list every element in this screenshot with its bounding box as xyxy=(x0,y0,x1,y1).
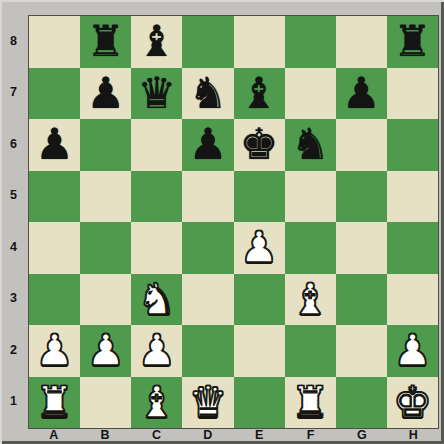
square-e4[interactable]: ♟ xyxy=(234,222,285,274)
file-label-h: H xyxy=(388,427,439,442)
rank-label-3: 3 xyxy=(0,273,27,325)
square-d5[interactable] xyxy=(182,171,233,223)
white-bishop-c1: ♝ xyxy=(138,377,177,428)
white-bishop-f3: ♝ xyxy=(291,274,330,325)
square-h5[interactable] xyxy=(387,171,438,223)
square-d1[interactable]: ♛ xyxy=(182,377,233,429)
square-d7[interactable]: ♞ xyxy=(182,68,233,120)
white-pawn-b2: ♟ xyxy=(86,325,125,376)
square-g3[interactable] xyxy=(336,274,387,326)
square-a7[interactable] xyxy=(29,68,80,120)
file-labels: ABCDEFGH xyxy=(28,427,439,442)
square-d6[interactable]: ♟ xyxy=(182,119,233,171)
square-b8[interactable]: ♜ xyxy=(80,16,131,68)
rank-label-7: 7 xyxy=(0,67,27,119)
file-label-e: E xyxy=(234,427,285,442)
square-e6[interactable]: ♚ xyxy=(234,119,285,171)
square-b2[interactable]: ♟ xyxy=(80,325,131,377)
square-g4[interactable] xyxy=(336,222,387,274)
black-bishop-e7: ♝ xyxy=(240,68,279,119)
square-f7[interactable] xyxy=(285,68,336,120)
square-b5[interactable] xyxy=(80,171,131,223)
square-h1[interactable]: ♚ xyxy=(387,377,438,429)
black-rook-h8: ♜ xyxy=(393,16,432,67)
square-b4[interactable] xyxy=(80,222,131,274)
square-b3[interactable] xyxy=(80,274,131,326)
square-c7[interactable]: ♛ xyxy=(131,68,182,120)
square-b1[interactable] xyxy=(80,377,131,429)
square-a5[interactable] xyxy=(29,171,80,223)
square-c2[interactable]: ♟ xyxy=(131,325,182,377)
square-g8[interactable] xyxy=(336,16,387,68)
square-e7[interactable]: ♝ xyxy=(234,68,285,120)
rank-label-6: 6 xyxy=(0,118,27,170)
file-label-f: F xyxy=(285,427,336,442)
square-f3[interactable]: ♝ xyxy=(285,274,336,326)
white-pawn-e4: ♟ xyxy=(240,222,279,273)
white-queen-d1: ♛ xyxy=(189,377,228,428)
square-e1[interactable] xyxy=(234,377,285,429)
square-a2[interactable]: ♟ xyxy=(29,325,80,377)
black-pawn-b7: ♟ xyxy=(86,68,125,119)
black-bishop-c8: ♝ xyxy=(138,16,177,67)
file-label-c: C xyxy=(131,427,182,442)
square-h4[interactable] xyxy=(387,222,438,274)
file-label-b: B xyxy=(79,427,130,442)
square-f8[interactable] xyxy=(285,16,336,68)
square-e5[interactable] xyxy=(234,171,285,223)
square-h2[interactable]: ♟ xyxy=(387,325,438,377)
black-king-e6: ♚ xyxy=(240,119,279,170)
white-rook-a1: ♜ xyxy=(35,377,74,428)
square-d8[interactable] xyxy=(182,16,233,68)
rank-label-4: 4 xyxy=(0,221,27,273)
white-pawn-c2: ♟ xyxy=(138,325,177,376)
square-d2[interactable] xyxy=(182,325,233,377)
rank-label-1: 1 xyxy=(0,376,27,428)
square-d3[interactable] xyxy=(182,274,233,326)
square-a1[interactable]: ♜ xyxy=(29,377,80,429)
black-pawn-g7: ♟ xyxy=(342,68,381,119)
square-g6[interactable] xyxy=(336,119,387,171)
black-pawn-d6: ♟ xyxy=(189,119,228,170)
black-knight-f6: ♞ xyxy=(291,119,330,170)
square-c6[interactable] xyxy=(131,119,182,171)
square-d4[interactable] xyxy=(182,222,233,274)
square-g1[interactable] xyxy=(336,377,387,429)
square-c8[interactable]: ♝ xyxy=(131,16,182,68)
square-g5[interactable] xyxy=(336,171,387,223)
rank-label-2: 2 xyxy=(0,324,27,376)
black-pawn-a6: ♟ xyxy=(35,119,74,170)
square-h6[interactable] xyxy=(387,119,438,171)
square-f1[interactable]: ♜ xyxy=(285,377,336,429)
black-knight-d7: ♞ xyxy=(189,68,228,119)
square-f6[interactable]: ♞ xyxy=(285,119,336,171)
square-e2[interactable] xyxy=(234,325,285,377)
square-a6[interactable]: ♟ xyxy=(29,119,80,171)
square-b7[interactable]: ♟ xyxy=(80,68,131,120)
square-c1[interactable]: ♝ xyxy=(131,377,182,429)
square-c5[interactable] xyxy=(131,171,182,223)
square-f5[interactable] xyxy=(285,171,336,223)
square-h3[interactable] xyxy=(387,274,438,326)
square-f2[interactable] xyxy=(285,325,336,377)
black-queen-c7: ♛ xyxy=(138,68,177,119)
white-king-h1: ♚ xyxy=(393,377,432,428)
square-h7[interactable] xyxy=(387,68,438,120)
square-a4[interactable] xyxy=(29,222,80,274)
square-c3[interactable]: ♞ xyxy=(131,274,182,326)
square-h8[interactable]: ♜ xyxy=(387,16,438,68)
file-label-a: A xyxy=(28,427,79,442)
white-knight-c3: ♞ xyxy=(138,274,177,325)
file-label-d: D xyxy=(182,427,233,442)
rank-label-5: 5 xyxy=(0,170,27,222)
square-b6[interactable] xyxy=(80,119,131,171)
square-c4[interactable] xyxy=(131,222,182,274)
square-a3[interactable] xyxy=(29,274,80,326)
square-f4[interactable] xyxy=(285,222,336,274)
white-pawn-h2: ♟ xyxy=(393,325,432,376)
board-frame: 87654321 ABCDEFGH ♜♝♜♟♛♞♝♟♟♟♚♞♟♞♝♟♟♟♟♜♝♛… xyxy=(0,0,444,444)
square-g2[interactable] xyxy=(336,325,387,377)
square-e3[interactable] xyxy=(234,274,285,326)
square-g7[interactable]: ♟ xyxy=(336,68,387,120)
square-a8[interactable] xyxy=(29,16,80,68)
chess-board: ♜♝♜♟♛♞♝♟♟♟♚♞♟♞♝♟♟♟♟♜♝♛♜♚ xyxy=(28,15,439,429)
file-label-g: G xyxy=(336,427,387,442)
square-e8[interactable] xyxy=(234,16,285,68)
rank-labels: 87654321 xyxy=(0,15,27,427)
white-rook-f1: ♜ xyxy=(291,377,330,428)
white-pawn-a2: ♟ xyxy=(35,325,74,376)
rank-label-8: 8 xyxy=(0,15,27,67)
black-rook-b8: ♜ xyxy=(86,16,125,67)
